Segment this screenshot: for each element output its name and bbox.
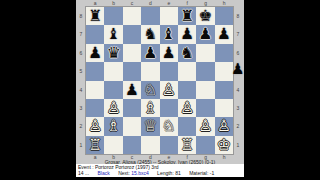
square-g7[interactable]: ♟ xyxy=(196,25,214,43)
square-f7[interactable]: ♟ xyxy=(178,25,196,43)
rank-label-1: 1 xyxy=(76,136,86,154)
square-e7[interactable]: ♝ xyxy=(160,25,178,43)
rank-label-1: 1 xyxy=(233,136,243,154)
rank-label-4: 4 xyxy=(233,81,243,99)
rank-labels-right: 87654321 xyxy=(233,7,243,154)
black-pawn: ♟ xyxy=(125,81,139,99)
black-rook: ♜ xyxy=(88,7,102,25)
next-label: Next: xyxy=(118,170,130,176)
white-knight: ♘ xyxy=(162,117,176,135)
black-pawn: ♟ xyxy=(217,25,231,43)
black-pawn: ♟ xyxy=(199,25,213,43)
black-bishop: ♝ xyxy=(107,25,121,43)
square-b4[interactable] xyxy=(104,81,122,99)
square-e8[interactable] xyxy=(160,7,178,25)
square-b7[interactable]: ♝ xyxy=(104,25,122,43)
square-d4[interactable]: ♘ xyxy=(141,81,159,99)
white-knight: ♘ xyxy=(143,81,157,99)
square-f6[interactable]: ♞ xyxy=(178,44,196,62)
square-h1[interactable]: ♔ xyxy=(215,136,233,154)
square-a4[interactable] xyxy=(86,81,104,99)
black-knight: ♞ xyxy=(180,44,194,62)
side-to-move-label: Black xyxy=(98,170,110,176)
black-pawn: ♟ xyxy=(180,25,194,43)
square-g6[interactable] xyxy=(196,44,214,62)
square-e1[interactable] xyxy=(160,136,178,154)
square-a2[interactable]: ♙ xyxy=(86,117,104,135)
square-h7[interactable]: ♟ xyxy=(215,25,233,43)
square-c1[interactable] xyxy=(123,136,141,154)
length-value: 81 xyxy=(175,170,181,176)
square-b6[interactable]: ♛ xyxy=(104,44,122,62)
rank-label-2: 2 xyxy=(233,117,243,135)
next-move: 15.bxc4 xyxy=(131,170,149,176)
square-c5[interactable] xyxy=(123,62,141,80)
square-f3[interactable]: ♙ xyxy=(178,99,196,117)
square-g3[interactable] xyxy=(196,99,214,117)
square-f1[interactable]: ♖ xyxy=(178,136,196,154)
rank-label-3: 3 xyxy=(76,99,86,117)
file-label-c: c xyxy=(123,0,141,7)
rank-label-7: 7 xyxy=(76,25,86,43)
square-f8[interactable]: ♜ xyxy=(178,7,196,25)
square-b1[interactable] xyxy=(104,136,122,154)
square-h2[interactable]: ♙ xyxy=(215,117,233,135)
white-rook: ♖ xyxy=(88,136,102,154)
white-pawn: ♙ xyxy=(88,117,102,135)
square-b8[interactable] xyxy=(104,7,122,25)
video-frame: abcdefgh 87654321 87654321 abcdefgh ♜♜♚♝… xyxy=(0,0,320,180)
square-c2[interactable] xyxy=(123,117,141,135)
square-h3[interactable] xyxy=(215,99,233,117)
white-pawn: ♙ xyxy=(199,117,213,135)
rank-label-5: 5 xyxy=(76,62,86,80)
rank-label-6: 6 xyxy=(76,44,86,62)
file-label-g: g xyxy=(196,0,214,7)
rank-label-2: 2 xyxy=(76,117,86,135)
square-e2[interactable]: ♘ xyxy=(160,117,178,135)
rank-labels-left: 87654321 xyxy=(76,7,86,154)
rank-label-7: 7 xyxy=(233,25,243,43)
rank-label-3: 3 xyxy=(233,99,243,117)
white-queen: ♕ xyxy=(143,117,157,135)
black-queen: ♛ xyxy=(107,44,121,62)
square-c4[interactable]: ♟ xyxy=(123,81,141,99)
square-d7[interactable]: ♞ xyxy=(141,25,159,43)
square-d3[interactable]: ♗ xyxy=(141,99,159,117)
square-d5[interactable] xyxy=(141,62,159,80)
chess-app-panel: abcdefgh 87654321 87654321 abcdefgh ♜♜♚♝… xyxy=(76,0,244,177)
square-e4[interactable]: ♙ xyxy=(160,81,178,99)
square-d8[interactable] xyxy=(141,7,159,25)
material-label: Material: xyxy=(189,170,208,176)
length-label: Length: xyxy=(157,170,174,176)
square-a8[interactable]: ♜ xyxy=(86,7,104,25)
square-h8[interactable] xyxy=(215,7,233,25)
status-box: Event : Portoroz Portoroz (1997) 3rd 14 … xyxy=(76,164,244,177)
white-bishop: ♗ xyxy=(107,117,121,135)
black-king: ♚ xyxy=(199,7,213,25)
rank-label-8: 8 xyxy=(76,7,86,25)
rank-label-4: 4 xyxy=(76,81,86,99)
square-f5[interactable] xyxy=(178,62,196,80)
square-g4[interactable] xyxy=(196,81,214,99)
file-label-e: e xyxy=(160,0,178,7)
square-g2[interactable]: ♙ xyxy=(196,117,214,135)
move-number: 14 ... xyxy=(78,170,89,176)
square-a7[interactable] xyxy=(86,25,104,43)
file-labels-top: abcdefgh xyxy=(86,0,233,7)
file-label-h: h xyxy=(215,0,233,7)
square-b2[interactable]: ♗ xyxy=(104,117,122,135)
file-label-d: d xyxy=(141,0,159,7)
black-knight: ♞ xyxy=(143,25,157,43)
black-pawn: ♟ xyxy=(88,44,102,62)
square-b5[interactable] xyxy=(104,62,122,80)
square-b3[interactable]: ♙ xyxy=(104,99,122,117)
square-e3[interactable] xyxy=(160,99,178,117)
black-bishop: ♝ xyxy=(162,25,176,43)
square-a5[interactable] xyxy=(86,62,104,80)
white-pawn: ♙ xyxy=(180,99,194,117)
square-f2[interactable] xyxy=(178,117,196,135)
square-f4[interactable] xyxy=(178,81,196,99)
white-pawn: ♙ xyxy=(162,81,176,99)
white-bishop: ♗ xyxy=(143,99,157,117)
square-a1[interactable]: ♖ xyxy=(86,136,104,154)
file-label-a: a xyxy=(86,0,104,7)
square-c8[interactable] xyxy=(123,7,141,25)
chess-board[interactable]: ♜♜♚♝♞♝♟♟♟♟♛♟♟♞♟♘♙♙♗♙♙♗♕♘♙♙♖♖♔ xyxy=(86,7,233,154)
square-d6[interactable]: ♟ xyxy=(141,44,159,62)
square-g5[interactable] xyxy=(196,62,214,80)
square-c6[interactable] xyxy=(123,44,141,62)
square-g1[interactable] xyxy=(196,136,214,154)
square-a3[interactable] xyxy=(86,99,104,117)
square-d1[interactable] xyxy=(141,136,159,154)
move-status-line: 14 ... Black Next: 15.bxc4 Length: 81 Ma… xyxy=(78,171,244,177)
file-label-b: b xyxy=(104,0,122,7)
black-pawn: ♟ xyxy=(143,44,157,62)
black-pawn: ♟ xyxy=(162,44,176,62)
white-rook: ♖ xyxy=(180,136,194,154)
square-a6[interactable]: ♟ xyxy=(86,44,104,62)
square-e5[interactable] xyxy=(160,62,178,80)
square-c3[interactable] xyxy=(123,99,141,117)
black-rook: ♜ xyxy=(180,7,194,25)
square-g8[interactable]: ♚ xyxy=(196,7,214,25)
square-h4[interactable] xyxy=(215,81,233,99)
square-c7[interactable] xyxy=(123,25,141,43)
white-king: ♔ xyxy=(217,136,231,154)
white-pawn: ♙ xyxy=(217,117,231,135)
square-d2[interactable]: ♕ xyxy=(141,117,159,135)
square-e6[interactable]: ♟ xyxy=(160,44,178,62)
material-value: -1 xyxy=(210,170,214,176)
white-pawn: ♙ xyxy=(107,99,121,117)
captured-material-pawn-icon: ♟ xyxy=(231,60,244,78)
rank-label-8: 8 xyxy=(233,7,243,25)
file-label-f: f xyxy=(178,0,196,7)
